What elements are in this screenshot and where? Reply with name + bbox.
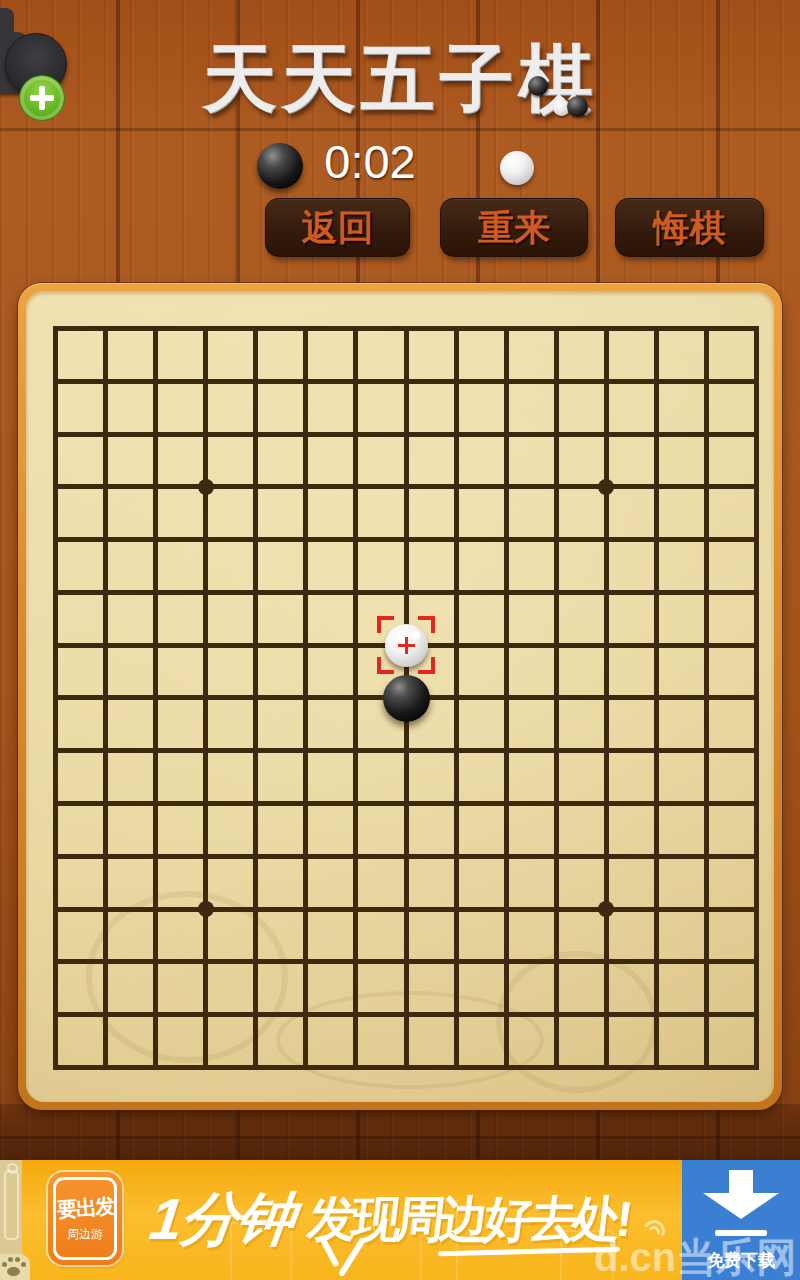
headline-main: 发现周边好去处! <box>304 1187 631 1253</box>
board-cell[interactable] <box>404 379 454 432</box>
board-cell[interactable] <box>353 854 403 907</box>
board-cell[interactable] <box>554 1012 604 1065</box>
board-cell[interactable] <box>604 959 654 1012</box>
board-cell[interactable] <box>153 379 203 432</box>
board-cell[interactable] <box>103 907 153 960</box>
board-cell[interactable] <box>153 484 203 537</box>
board-cell[interactable] <box>303 326 353 379</box>
board-cell[interactable] <box>253 537 303 590</box>
board-cell[interactable] <box>53 326 103 379</box>
wood-shadow-strip <box>0 1104 800 1160</box>
board-cell[interactable] <box>454 590 504 643</box>
board-grid <box>53 326 759 1070</box>
board-cell[interactable] <box>654 643 704 696</box>
board-cell[interactable] <box>404 326 454 379</box>
board-cell[interactable] <box>303 432 353 485</box>
board-cell[interactable] <box>303 748 353 801</box>
advertiser-logo[interactable]: 要出发 周边游 <box>48 1172 122 1265</box>
board-cell[interactable] <box>454 748 504 801</box>
board-cell[interactable] <box>504 484 554 537</box>
board-cell[interactable] <box>454 379 504 432</box>
board-cell[interactable] <box>554 432 604 485</box>
board-cell[interactable] <box>153 907 203 960</box>
headline-prefix: 1分钟 <box>145 1181 297 1259</box>
board-cell[interactable] <box>203 643 253 696</box>
board-cell[interactable] <box>153 432 203 485</box>
board-cell[interactable] <box>103 379 153 432</box>
board-cell[interactable] <box>504 326 554 379</box>
board-cell[interactable] <box>504 801 554 854</box>
back-button[interactable]: 返回 <box>265 198 410 257</box>
board-cell[interactable] <box>504 643 554 696</box>
board-cell[interactable] <box>153 695 203 748</box>
board-cell[interactable] <box>504 907 554 960</box>
board-cell[interactable] <box>253 748 303 801</box>
banner-left-art <box>0 1160 22 1254</box>
board-cell[interactable] <box>53 537 103 590</box>
board-cell[interactable] <box>353 748 403 801</box>
board-cell[interactable] <box>454 537 504 590</box>
undo-button[interactable]: 悔棋 <box>615 198 764 257</box>
app-screen: 天天五子棋 0:02 返回 重来 悔棋 <box>0 0 800 1280</box>
board-cell[interactable] <box>53 643 103 696</box>
board-cell[interactable] <box>454 695 504 748</box>
star-point <box>198 479 214 495</box>
board-cell[interactable] <box>554 590 604 643</box>
board-cell[interactable] <box>53 854 103 907</box>
board-cell[interactable] <box>704 1012 754 1065</box>
board-cell[interactable] <box>203 801 253 854</box>
board-cell[interactable] <box>654 484 704 537</box>
board-cell[interactable] <box>554 959 604 1012</box>
board-cell[interactable] <box>504 748 554 801</box>
board-cell[interactable] <box>103 590 153 643</box>
board-cell[interactable] <box>253 432 303 485</box>
board-cell[interactable] <box>153 801 203 854</box>
board-cell[interactable] <box>404 907 454 960</box>
board-cell[interactable] <box>353 432 403 485</box>
board-surface[interactable] <box>26 291 774 1102</box>
board-cell[interactable] <box>704 537 754 590</box>
board-cell[interactable] <box>604 432 654 485</box>
board-cell[interactable] <box>153 326 203 379</box>
board-cell[interactable] <box>554 326 604 379</box>
board-cell[interactable] <box>604 643 654 696</box>
board-cell[interactable] <box>504 432 554 485</box>
decor-stone-black-icon <box>528 76 548 96</box>
board-cell[interactable] <box>153 643 203 696</box>
board-cell[interactable] <box>103 643 153 696</box>
board-cell[interactable] <box>454 907 504 960</box>
board-cell[interactable] <box>203 537 253 590</box>
board-cell[interactable] <box>53 907 103 960</box>
board-cell[interactable] <box>53 801 103 854</box>
board-cell[interactable] <box>153 959 203 1012</box>
board-cell[interactable] <box>153 1012 203 1065</box>
board-cell[interactable] <box>53 432 103 485</box>
board-cell[interactable] <box>353 537 403 590</box>
paw-icon <box>0 1254 30 1280</box>
board-cell[interactable] <box>454 484 504 537</box>
board-cell[interactable] <box>53 484 103 537</box>
logo-subtext: 周边游 <box>67 1226 103 1243</box>
page-title: 天天五子棋 <box>0 30 800 130</box>
board-cell[interactable] <box>303 907 353 960</box>
board-cell[interactable] <box>454 854 504 907</box>
board-cell[interactable] <box>554 643 604 696</box>
board-cell[interactable] <box>604 590 654 643</box>
board-cell[interactable] <box>704 326 754 379</box>
board-cell[interactable] <box>604 326 654 379</box>
board-cell[interactable] <box>654 748 704 801</box>
board-cell[interactable] <box>103 326 153 379</box>
board-cell[interactable] <box>53 959 103 1012</box>
board-cell[interactable] <box>253 907 303 960</box>
board-cell[interactable] <box>353 326 403 379</box>
board-cell[interactable] <box>404 537 454 590</box>
board-cell[interactable] <box>253 959 303 1012</box>
board-cell[interactable] <box>704 907 754 960</box>
board-cell[interactable] <box>303 959 353 1012</box>
board-cell[interactable] <box>704 432 754 485</box>
board-cell[interactable] <box>153 748 203 801</box>
board-cell[interactable] <box>103 959 153 1012</box>
board-cell[interactable] <box>554 695 604 748</box>
board-cell[interactable] <box>303 484 353 537</box>
board-cell[interactable] <box>554 484 604 537</box>
board-cell[interactable] <box>53 748 103 801</box>
board-cell[interactable] <box>654 590 704 643</box>
board-cell[interactable] <box>554 907 604 960</box>
board-cell[interactable] <box>554 748 604 801</box>
board-cell[interactable] <box>153 537 203 590</box>
board-cell[interactable] <box>53 379 103 432</box>
board-cell[interactable] <box>103 484 153 537</box>
board-cell[interactable] <box>203 590 253 643</box>
board-cell[interactable] <box>103 432 153 485</box>
board-cell[interactable] <box>454 801 504 854</box>
board-cell[interactable] <box>253 379 303 432</box>
board-cell[interactable] <box>203 379 253 432</box>
board-cell[interactable] <box>704 643 754 696</box>
board-cell[interactable] <box>704 854 754 907</box>
board-cell[interactable] <box>654 326 704 379</box>
board-cell[interactable] <box>404 1012 454 1065</box>
board-cell[interactable] <box>53 590 103 643</box>
board-cell[interactable] <box>404 484 454 537</box>
board-cell[interactable] <box>404 748 454 801</box>
board-cell[interactable] <box>604 537 654 590</box>
board-cell[interactable] <box>454 959 504 1012</box>
board-cell[interactable] <box>454 432 504 485</box>
board-cell[interactable] <box>654 907 704 960</box>
board-cell[interactable] <box>454 326 504 379</box>
board-cell[interactable] <box>654 695 704 748</box>
board-cell[interactable] <box>203 695 253 748</box>
board-cell[interactable] <box>404 959 454 1012</box>
board-cell[interactable] <box>704 801 754 854</box>
board-cell[interactable] <box>654 379 704 432</box>
board-cell[interactable] <box>704 695 754 748</box>
timer-label: 0:02 <box>308 134 432 189</box>
board-cell[interactable] <box>704 484 754 537</box>
board-cell[interactable] <box>303 854 353 907</box>
board-cell[interactable] <box>554 801 604 854</box>
board-cell[interactable] <box>654 432 704 485</box>
board-cell[interactable] <box>504 590 554 643</box>
logo-text: 要出发 <box>56 1192 115 1224</box>
board-cell[interactable] <box>404 854 454 907</box>
board-cell[interactable] <box>203 326 253 379</box>
board-cell[interactable] <box>504 1012 554 1065</box>
board-cell[interactable] <box>103 801 153 854</box>
board-cell[interactable] <box>353 959 403 1012</box>
restart-button[interactable]: 重来 <box>440 198 588 257</box>
board-cell[interactable] <box>303 379 353 432</box>
board-cell[interactable] <box>554 854 604 907</box>
board-cell[interactable] <box>203 959 253 1012</box>
board-cell[interactable] <box>504 379 554 432</box>
board-cell[interactable] <box>53 695 103 748</box>
board-cell[interactable] <box>103 854 153 907</box>
board-cell[interactable] <box>303 643 353 696</box>
board-cell[interactable] <box>303 1012 353 1065</box>
board-cell[interactable] <box>404 432 454 485</box>
board-cell[interactable] <box>203 432 253 485</box>
ad-headline: 1分钟 发现周边好去处! <box>144 1170 634 1270</box>
board-cell[interactable] <box>604 801 654 854</box>
board-cell[interactable] <box>554 379 604 432</box>
board-cell[interactable] <box>654 959 704 1012</box>
board-cell[interactable] <box>303 801 353 854</box>
board-cell[interactable] <box>454 1012 504 1065</box>
board-cell[interactable] <box>103 537 153 590</box>
board-cell[interactable] <box>353 801 403 854</box>
board-cell[interactable] <box>504 537 554 590</box>
board-cell[interactable] <box>604 854 654 907</box>
board-cell[interactable] <box>103 1012 153 1065</box>
board-cell[interactable] <box>704 748 754 801</box>
board-cell[interactable] <box>103 695 153 748</box>
board-cell[interactable] <box>504 959 554 1012</box>
board-cell[interactable] <box>153 854 203 907</box>
board-cell[interactable] <box>253 643 303 696</box>
download-arrow-icon <box>729 1170 753 1193</box>
board-cell[interactable] <box>353 1012 403 1065</box>
board-cell[interactable] <box>504 854 554 907</box>
board-cell[interactable] <box>253 801 303 854</box>
black-player-stone-icon <box>257 143 303 189</box>
download-arrow-icon <box>703 1193 779 1219</box>
board-cell[interactable] <box>353 484 403 537</box>
board-cell[interactable] <box>253 1012 303 1065</box>
ad-banner[interactable]: 要出发 周边游 1分钟 发现周边好去处! 免费下载 d.cn当乐网 <box>0 1160 800 1280</box>
site-watermark: d.cn当乐网 <box>594 1230 796 1280</box>
board-cell[interactable] <box>303 590 353 643</box>
board-cell[interactable] <box>253 590 303 643</box>
board-cell[interactable] <box>253 854 303 907</box>
board-cell[interactable] <box>704 959 754 1012</box>
board-cell[interactable] <box>203 854 253 907</box>
board-cell[interactable] <box>654 1012 704 1065</box>
black-stone <box>383 675 430 722</box>
board-cell[interactable] <box>654 537 704 590</box>
board-cell[interactable] <box>504 695 554 748</box>
board-cell[interactable] <box>303 537 353 590</box>
board-cell[interactable] <box>353 907 403 960</box>
board-cell[interactable] <box>153 590 203 643</box>
board-cell[interactable] <box>404 801 454 854</box>
board-cell[interactable] <box>53 1012 103 1065</box>
board-cell[interactable] <box>704 379 754 432</box>
board-cell[interactable] <box>604 748 654 801</box>
board-cell[interactable] <box>203 1012 253 1065</box>
board-cell[interactable] <box>454 643 504 696</box>
last-move-marker <box>377 616 435 674</box>
board-cell[interactable] <box>654 801 704 854</box>
board-cell[interactable] <box>604 1012 654 1065</box>
board-cell[interactable] <box>103 748 153 801</box>
board-cell[interactable] <box>704 590 754 643</box>
board-cell[interactable] <box>604 379 654 432</box>
gomoku-board <box>18 283 782 1110</box>
board-cell[interactable] <box>604 695 654 748</box>
board-cell[interactable] <box>253 695 303 748</box>
star-point <box>198 901 214 917</box>
board-cell[interactable] <box>654 854 704 907</box>
board-cell[interactable] <box>253 484 303 537</box>
decor-stone-black-icon <box>567 96 588 117</box>
board-cell[interactable] <box>203 748 253 801</box>
board-cell[interactable] <box>253 326 303 379</box>
board-cell[interactable] <box>554 537 604 590</box>
white-player-stone-icon <box>500 151 534 185</box>
board-cell[interactable] <box>353 379 403 432</box>
board-cell[interactable] <box>303 695 353 748</box>
